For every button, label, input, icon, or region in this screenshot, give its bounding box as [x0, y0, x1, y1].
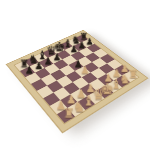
chessboard: ♜♞♝♛♚♝♞♜♟♟♟♟♟♟♟♟♟♟♟♟♟♟♟♟♜♞♝♛♚♝♞♜: [15, 34, 138, 122]
square-d2[interactable]: ♟: [80, 83, 97, 95]
chessboard-3d-wrapper: ♜♞♝♛♚♝♞♜♟♟♟♟♟♟♟♟♟♟♟♟♟♟♟♟♜♞♝♛♚♝♞♜: [7, 30, 147, 131]
white-rook-h1[interactable]: ♜: [128, 68, 138, 79]
square-h5[interactable]: [93, 48, 107, 57]
white-pawn-h2[interactable]: ♟: [120, 63, 129, 73]
white-pawn-e4[interactable]: ♟: [81, 65, 90, 75]
board-frame: ♜♞♝♛♚♝♞♜♟♟♟♟♟♟♟♟♟♟♟♟♟♟♟♟♜♞♝♛♚♝♞♜: [7, 30, 147, 131]
square-b6[interactable]: [35, 68, 50, 79]
square-b3[interactable]: [53, 87, 70, 100]
photo-scene: ♜♞♝♛♚♝♞♜♟♟♟♟♟♟♟♟♟♟♟♟♟♟♟♟♜♞♝♛♚♝♞♜: [0, 0, 150, 150]
